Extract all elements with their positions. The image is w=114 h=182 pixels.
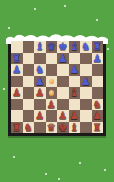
blue-pawn: ♟ [69, 64, 81, 76]
square-d5[interactable] [46, 76, 58, 88]
red-knight: ♞ [23, 122, 35, 134]
square-f8[interactable]: ♝ [69, 41, 81, 53]
square-e7[interactable]: ♟ [57, 53, 69, 65]
square-c8[interactable]: ♝ [34, 41, 46, 53]
blue-pawn: ♟ [57, 53, 69, 65]
square-g5[interactable]: ♟ [80, 76, 92, 88]
square-c1[interactable] [34, 122, 46, 134]
move-hint-dot[interactable] [49, 90, 55, 96]
red-pawn: ♟ [46, 99, 58, 111]
square-e8[interactable]: ♚ [57, 41, 69, 53]
blue-pawn: ♟ [92, 53, 104, 65]
square-a2[interactable] [11, 110, 23, 122]
chess-board: ♝♛♚♝♞♜♜♟♟♟♞♟♟♟♟♟♝♟♞♟♟♟♟♜♞♛♚♝♜ [8, 38, 106, 136]
blue-pawn: ♟ [80, 76, 92, 88]
square-d6[interactable] [46, 64, 58, 76]
red-rook: ♜ [92, 122, 104, 134]
red-pawn: ♟ [57, 110, 69, 122]
square-d7[interactable] [46, 53, 58, 65]
square-h1[interactable]: ♜ [92, 122, 104, 134]
square-g4[interactable] [80, 87, 92, 99]
square-h2[interactable]: ♟ [92, 110, 104, 122]
snowflake [34, 8, 36, 10]
snowflake [3, 88, 5, 90]
move-hint-dot[interactable] [49, 79, 55, 85]
square-d1[interactable]: ♛ [46, 122, 58, 134]
blue-knight: ♞ [34, 64, 46, 76]
square-f4[interactable]: ♝ [69, 87, 81, 99]
snowflake [79, 162, 81, 164]
square-b4[interactable] [23, 87, 35, 99]
snowflake [58, 178, 60, 180]
square-g7[interactable] [80, 53, 92, 65]
snowflake [64, 5, 66, 7]
blue-bishop: ♝ [34, 41, 46, 53]
red-bishop: ♝ [69, 122, 81, 134]
red-rook: ♜ [11, 122, 23, 134]
square-d8[interactable]: ♛ [46, 41, 58, 53]
square-d3[interactable]: ♟ [46, 99, 58, 111]
square-c2[interactable]: ♟ [34, 110, 46, 122]
square-d2[interactable] [46, 110, 58, 122]
square-g3[interactable] [80, 99, 92, 111]
square-h8[interactable]: ♜ [92, 41, 104, 53]
square-b7[interactable] [23, 53, 35, 65]
blue-knight: ♞ [80, 41, 92, 53]
red-queen: ♛ [46, 122, 58, 134]
square-g1[interactable] [80, 122, 92, 134]
square-h7[interactable]: ♟ [92, 53, 104, 65]
square-a6[interactable]: ♟ [11, 64, 23, 76]
square-h6[interactable] [92, 64, 104, 76]
red-king: ♚ [57, 122, 69, 134]
square-c6[interactable]: ♞ [34, 64, 46, 76]
red-bishop: ♝ [69, 87, 81, 99]
blue-bishop: ♝ [69, 41, 81, 53]
snowflake [107, 48, 109, 50]
square-e2[interactable]: ♟ [57, 110, 69, 122]
snowflake [8, 27, 10, 29]
square-a3[interactable] [11, 99, 23, 111]
square-g2[interactable] [80, 110, 92, 122]
square-b6[interactable] [23, 64, 35, 76]
square-d4[interactable] [46, 87, 58, 99]
snowflake [104, 169, 106, 171]
blue-king: ♚ [57, 41, 69, 53]
square-b8[interactable] [23, 41, 35, 53]
square-e6[interactable] [57, 64, 69, 76]
square-a8[interactable] [11, 41, 23, 53]
red-pawn: ♟ [92, 110, 104, 122]
square-a4[interactable]: ♟ [11, 87, 23, 99]
square-h5[interactable] [92, 76, 104, 88]
square-c4[interactable]: ♟ [34, 87, 46, 99]
snowflake [45, 173, 47, 175]
square-f6[interactable]: ♟ [69, 64, 81, 76]
square-e5[interactable] [57, 76, 69, 88]
square-b3[interactable] [23, 99, 35, 111]
blue-rook: ♜ [92, 41, 104, 53]
blue-pawn: ♟ [11, 64, 23, 76]
red-pawn: ♟ [69, 110, 81, 122]
square-g8[interactable]: ♞ [80, 41, 92, 53]
square-e4[interactable] [57, 87, 69, 99]
background: ♝♛♚♝♞♜♜♟♟♟♞♟♟♟♟♟♝♟♞♟♟♟♟♜♞♛♚♝♜ [0, 0, 114, 182]
snowflake [96, 19, 98, 21]
chess-board-grid: ♝♛♚♝♞♜♜♟♟♟♞♟♟♟♟♟♝♟♞♟♟♟♟♜♞♛♚♝♜ [8, 38, 106, 136]
square-f1[interactable]: ♝ [69, 122, 81, 134]
red-pawn: ♟ [34, 87, 46, 99]
square-a1[interactable]: ♜ [11, 122, 23, 134]
square-e1[interactable]: ♚ [57, 122, 69, 134]
snowflake [13, 156, 15, 158]
square-g6[interactable] [80, 64, 92, 76]
square-b1[interactable]: ♞ [23, 122, 35, 134]
square-f2[interactable]: ♟ [69, 110, 81, 122]
square-b2[interactable] [23, 110, 35, 122]
red-pawn: ♟ [34, 110, 46, 122]
red-pawn: ♟ [11, 87, 23, 99]
square-h4[interactable] [92, 87, 104, 99]
square-b5[interactable] [23, 76, 35, 88]
blue-queen: ♛ [46, 41, 58, 53]
